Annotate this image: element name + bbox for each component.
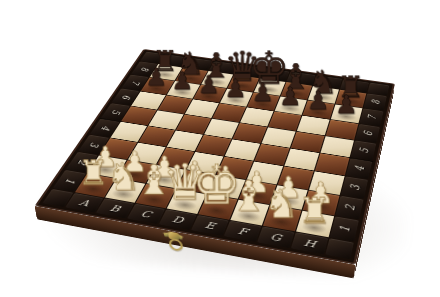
- file-label-text: A: [78, 198, 92, 208]
- file-label-text: D: [171, 214, 185, 224]
- rank-label-text: 1: [337, 225, 352, 233]
- rank-label-right-5: 5: [351, 140, 377, 160]
- rank-label-text: 8: [369, 99, 381, 104]
- square-g7: ♟: [303, 100, 335, 119]
- piece-white-bishop: ♝: [230, 177, 267, 217]
- chess-set-photo: 8♜♞♝♛♚♝♞♜87♟♟♟♟♟♟♟♟7665544332♟♟♟♟♟♟♟♟21♜…: [0, 0, 440, 297]
- rank-label-text: 4: [98, 124, 111, 130]
- rank-label-right-1: 1: [330, 216, 359, 241]
- rank-label-right-6: 6: [355, 124, 380, 143]
- rank-label-text: 4: [353, 165, 366, 172]
- file-label-text: G: [269, 231, 282, 242]
- rank-label-text: 2: [343, 203, 357, 210]
- rank-label-text: 5: [109, 109, 122, 114]
- rank-label-text: 1: [62, 177, 77, 184]
- file-label-text: E: [204, 220, 217, 230]
- piece-white-knight: ♞: [106, 158, 140, 194]
- piece-white-knight: ♞: [263, 185, 299, 223]
- piece-black-pawn: ♟: [224, 77, 246, 101]
- piece-black-pawn: ♟: [334, 92, 357, 116]
- piece-black-pawn: ♟: [171, 69, 193, 92]
- rank-label-text: 7: [129, 80, 141, 85]
- rank-label-text: 3: [348, 184, 362, 191]
- brass-clasp: [163, 230, 182, 247]
- rank-label-right-7: 7: [359, 108, 383, 126]
- rank-label-text: 6: [119, 94, 132, 99]
- square-h7: ♟: [331, 104, 363, 123]
- piece-black-pawn: ♟: [278, 84, 301, 108]
- file-label-text: F: [237, 226, 249, 236]
- rank-label-right-2: 2: [335, 195, 363, 219]
- piece-black-pawn: ♟: [251, 80, 273, 104]
- piece-black-pawn: ♟: [306, 88, 329, 112]
- rank-label-text: 7: [366, 114, 378, 120]
- file-label-text: C: [139, 208, 153, 218]
- square-g4: [284, 148, 319, 170]
- file-label-text: H: [303, 237, 317, 248]
- rank-label-text: 8: [138, 66, 150, 71]
- file-label-h: H: [291, 232, 329, 254]
- rank-label-right-3: 3: [341, 176, 368, 199]
- rank-label-right-8: 8: [364, 93, 387, 110]
- file-label-text: B: [108, 203, 122, 213]
- piece-white-rook: ♜: [77, 156, 108, 189]
- piece-white-rook: ♜: [298, 193, 331, 227]
- rank-label-text: 5: [357, 147, 370, 153]
- piece-black-pawn: ♟: [197, 73, 219, 96]
- rank-label-text: 6: [361, 130, 374, 136]
- frame-corner-tile: [325, 238, 354, 259]
